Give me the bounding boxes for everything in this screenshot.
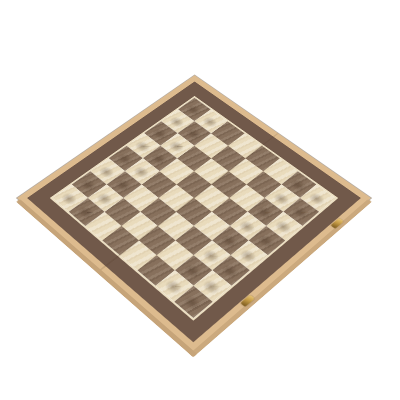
black-pawn[interactable]: ♟ xyxy=(134,154,151,173)
white-pawn[interactable]: ♟ xyxy=(291,167,308,186)
product-photo-scene: ♜♟♟♜♞♟♟♞♝♟♟♝♛♟♟♛♚♟♟♚♝♟♟♝♞♟♟♞♜♟♟♜ xyxy=(0,0,400,400)
black-pawn[interactable]: ♟ xyxy=(78,194,95,213)
black-pawn[interactable]: ♟ xyxy=(169,129,185,147)
black-pawn[interactable]: ♟ xyxy=(97,181,114,200)
black-pawn[interactable]: ♟ xyxy=(116,167,133,186)
square-b4[interactable] xyxy=(229,158,264,184)
white-rook[interactable]: ♜ xyxy=(183,280,204,304)
black-pawn[interactable]: ♟ xyxy=(152,142,168,160)
white-pawn[interactable]: ♟ xyxy=(165,267,183,287)
black-pawn[interactable]: ♟ xyxy=(203,105,219,123)
black-pawn[interactable]: ♟ xyxy=(186,117,202,135)
